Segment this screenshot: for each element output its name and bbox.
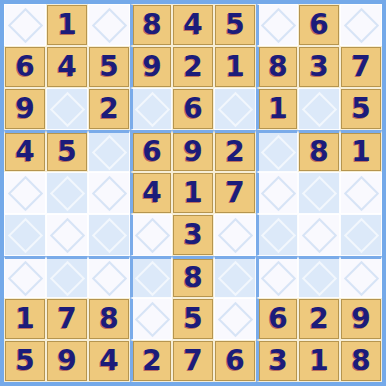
cell-r8c4[interactable]	[130, 298, 172, 340]
cell-r8c6[interactable]	[214, 298, 256, 340]
cell-r3c3: 2	[88, 88, 130, 130]
cell-r4c9: 1	[340, 130, 382, 172]
cell-r3c1: 9	[4, 88, 46, 130]
cell-r1c7[interactable]	[256, 4, 298, 46]
cell-r6c3[interactable]	[88, 214, 130, 256]
empty-cell-diamond	[343, 260, 378, 295]
cell-r9c4: 2	[130, 340, 172, 382]
cell-r6c4[interactable]	[130, 214, 172, 256]
empty-cell-diamond	[7, 260, 42, 295]
empty-cell-diamond	[91, 217, 126, 252]
empty-cell-diamond	[134, 301, 169, 336]
cell-r2c4: 9	[130, 46, 172, 88]
empty-cell-diamond	[91, 134, 126, 169]
cell-r4c1: 4	[4, 130, 46, 172]
empty-cell-diamond	[49, 260, 84, 295]
cell-r7c9[interactable]	[340, 256, 382, 298]
cell-r5c3[interactable]	[88, 172, 130, 214]
empty-cell-diamond	[260, 134, 295, 169]
cell-r3c2[interactable]	[46, 88, 88, 130]
cell-r7c8[interactable]	[298, 256, 340, 298]
cell-r2c1: 6	[4, 46, 46, 88]
cell-r4c8: 8	[298, 130, 340, 172]
cell-r5c8[interactable]	[298, 172, 340, 214]
empty-cell-diamond	[7, 175, 42, 210]
cell-r8c9: 9	[340, 298, 382, 340]
cell-r4c4: 6	[130, 130, 172, 172]
cell-r6c2[interactable]	[46, 214, 88, 256]
cell-r1c9[interactable]	[340, 4, 382, 46]
empty-cell-diamond	[343, 217, 378, 252]
empty-cell-diamond	[217, 301, 252, 336]
cell-r8c5: 5	[172, 298, 214, 340]
cell-r5c5: 1	[172, 172, 214, 214]
empty-cell-diamond	[91, 7, 126, 42]
empty-cell-diamond	[134, 217, 169, 252]
cell-r7c3[interactable]	[88, 256, 130, 298]
empty-cell-diamond	[49, 175, 84, 210]
cell-r3c9: 5	[340, 88, 382, 130]
cell-r4c6: 2	[214, 130, 256, 172]
cell-r8c3: 8	[88, 298, 130, 340]
cell-r9c7: 3	[256, 340, 298, 382]
cell-r2c6: 1	[214, 46, 256, 88]
empty-cell-diamond	[301, 260, 336, 295]
cell-r9c1: 5	[4, 340, 46, 382]
cell-r4c5: 9	[172, 130, 214, 172]
empty-cell-diamond	[343, 175, 378, 210]
cell-r6c7[interactable]	[256, 214, 298, 256]
cell-r7c6[interactable]	[214, 256, 256, 298]
cell-r7c2[interactable]	[46, 256, 88, 298]
cell-r3c7: 1	[256, 88, 298, 130]
empty-cell-diamond	[7, 7, 42, 42]
empty-cell-diamond	[301, 175, 336, 210]
cell-r6c9[interactable]	[340, 214, 382, 256]
cell-r5c4: 4	[130, 172, 172, 214]
cell-r9c6: 6	[214, 340, 256, 382]
cell-r1c8: 6	[298, 4, 340, 46]
empty-cell-diamond	[260, 217, 295, 252]
empty-cell-diamond	[134, 260, 169, 295]
cell-r9c2: 9	[46, 340, 88, 382]
cell-r2c5: 2	[172, 46, 214, 88]
empty-cell-diamond	[49, 217, 84, 252]
cell-r8c7: 6	[256, 298, 298, 340]
cell-r9c9: 8	[340, 340, 382, 382]
empty-cell-diamond	[217, 260, 252, 295]
cell-r3c5: 6	[172, 88, 214, 130]
cell-r8c2: 7	[46, 298, 88, 340]
cell-r8c1: 1	[4, 298, 46, 340]
cell-r7c4[interactable]	[130, 256, 172, 298]
cell-r1c5: 4	[172, 4, 214, 46]
cell-r7c5: 8	[172, 256, 214, 298]
cell-r2c7: 8	[256, 46, 298, 88]
cell-r5c9[interactable]	[340, 172, 382, 214]
cell-r3c4[interactable]	[130, 88, 172, 130]
cell-r2c8: 3	[298, 46, 340, 88]
cell-r1c1[interactable]	[4, 4, 46, 46]
cell-r6c5: 3	[172, 214, 214, 256]
empty-cell-diamond	[301, 217, 336, 252]
cell-r9c8: 1	[298, 340, 340, 382]
empty-cell-diamond	[260, 7, 295, 42]
cell-r6c8[interactable]	[298, 214, 340, 256]
cell-r2c3: 5	[88, 46, 130, 88]
cell-r7c1[interactable]	[4, 256, 46, 298]
cell-r5c7[interactable]	[256, 172, 298, 214]
cell-r4c3[interactable]	[88, 130, 130, 172]
empty-cell-diamond	[301, 91, 336, 126]
cell-r2c2: 4	[46, 46, 88, 88]
cell-r3c6[interactable]	[214, 88, 256, 130]
cell-r1c3[interactable]	[88, 4, 130, 46]
cell-r2c9: 7	[340, 46, 382, 88]
empty-cell-diamond	[260, 260, 295, 295]
sudoku-board: 1845664592183792615456928141738178562959…	[0, 0, 386, 386]
empty-cell-diamond	[217, 217, 252, 252]
empty-cell-diamond	[91, 260, 126, 295]
cell-r6c1[interactable]	[4, 214, 46, 256]
cell-r8c8: 2	[298, 298, 340, 340]
cell-r9c3: 4	[88, 340, 130, 382]
cell-r6c6[interactable]	[214, 214, 256, 256]
cell-r9c5: 7	[172, 340, 214, 382]
empty-cell-diamond	[7, 217, 42, 252]
empty-cell-diamond	[217, 91, 252, 126]
empty-cell-diamond	[260, 175, 295, 210]
cell-r5c6: 7	[214, 172, 256, 214]
cell-r1c2: 1	[46, 4, 88, 46]
cell-r3c8[interactable]	[298, 88, 340, 130]
empty-cell-diamond	[49, 91, 84, 126]
cell-r1c6: 5	[214, 4, 256, 46]
cell-r1c4: 8	[130, 4, 172, 46]
cell-r4c2: 5	[46, 130, 88, 172]
empty-cell-diamond	[91, 175, 126, 210]
cell-r4c7[interactable]	[256, 130, 298, 172]
empty-cell-diamond	[343, 7, 378, 42]
cell-r5c1[interactable]	[4, 172, 46, 214]
cell-r7c7[interactable]	[256, 256, 298, 298]
empty-cell-diamond	[134, 91, 169, 126]
cell-r5c2[interactable]	[46, 172, 88, 214]
